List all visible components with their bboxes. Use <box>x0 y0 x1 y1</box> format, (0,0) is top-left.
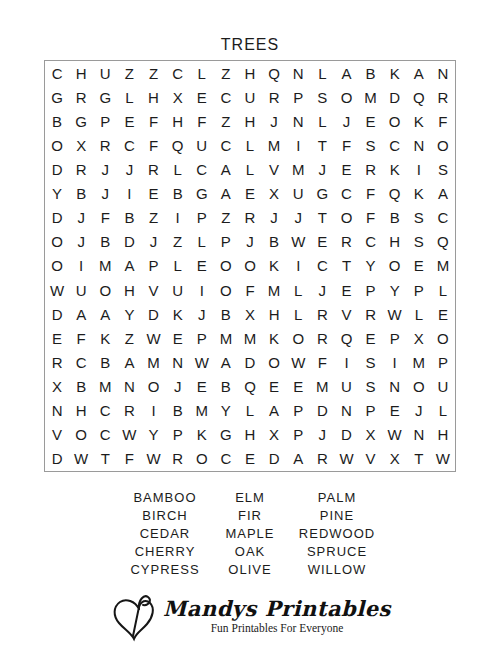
grid-cell-r4c7: U <box>190 133 214 157</box>
brand-text-block: Mandys Printables Fun Printables For Eve… <box>163 592 391 635</box>
grid-cell-r17c6: R <box>166 447 190 471</box>
grid-cell-r1c1: C <box>45 61 69 85</box>
grid-cell-r16c1: V <box>45 423 69 447</box>
grid-cell-r1c10: Q <box>262 61 286 85</box>
grid-cell-r7c9: R <box>238 206 262 230</box>
grid-cell-r13c1: R <box>45 350 69 374</box>
grid-cell-r1c6: C <box>166 61 190 85</box>
grid-cell-r10c15: Y <box>383 278 407 302</box>
grid-cell-r14c12: M <box>310 375 334 399</box>
grid-cell-r14c4: N <box>117 375 141 399</box>
grid-cell-r10c6: U <box>166 278 190 302</box>
grid-cell-r11c7: J <box>190 302 214 326</box>
grid-cell-r16c11: P <box>286 423 310 447</box>
puzzle-title: TREES <box>0 36 500 54</box>
grid-cell-r5c4: J <box>117 157 141 181</box>
grid-cell-r9c14: Y <box>359 254 383 278</box>
grid-cell-r8c1: O <box>45 230 69 254</box>
grid-cell-r4c12: T <box>310 133 334 157</box>
grid-cell-r8c9: J <box>238 230 262 254</box>
grid-cell-r12c2: F <box>69 326 93 350</box>
grid-cell-r17c16: T <box>407 447 431 471</box>
grid-cell-r13c3: B <box>93 350 117 374</box>
grid-cell-r16c13: D <box>334 423 358 447</box>
grid-cell-r11c16: L <box>407 302 431 326</box>
grid-cell-r11c13: V <box>334 302 358 326</box>
grid-cell-r11c15: W <box>383 302 407 326</box>
grid-cell-r9c15: O <box>383 254 407 278</box>
grid-cell-r17c13: W <box>334 447 358 471</box>
grid-cell-r5c17: S <box>431 157 455 181</box>
grid-cell-r1c2: H <box>69 61 93 85</box>
grid-cell-r2c3: G <box>93 85 117 109</box>
grid-cell-r1c7: L <box>190 61 214 85</box>
grid-cell-r12c17: O <box>431 326 455 350</box>
grid-cell-r5c3: J <box>93 157 117 181</box>
grid-cell-r12c7: P <box>190 326 214 350</box>
grid-cell-r16c6: P <box>166 423 190 447</box>
grid-cell-r11c9: X <box>238 302 262 326</box>
grid-cell-r2c14: M <box>359 85 383 109</box>
grid-cell-r6c6: B <box>166 182 190 206</box>
grid-cell-r5c8: A <box>214 157 238 181</box>
grid-cell-r9c6: L <box>166 254 190 278</box>
grid-cell-r2c9: U <box>238 85 262 109</box>
grid-cell-r4c9: L <box>238 133 262 157</box>
grid-cell-r17c10: D <box>262 447 286 471</box>
grid-cell-r7c3: F <box>93 206 117 230</box>
grid-cell-r16c12: J <box>310 423 334 447</box>
grid-cell-r7c12: T <box>310 206 334 230</box>
grid-cell-r8c13: R <box>334 230 358 254</box>
grid-cell-r10c1: W <box>45 278 69 302</box>
grid-cell-r8c8: P <box>214 230 238 254</box>
grid-cell-r4c11: I <box>286 133 310 157</box>
grid-cell-r17c12: R <box>310 447 334 471</box>
grid-cell-r2c6: X <box>166 85 190 109</box>
grid-cell-r12c10: K <box>262 326 286 350</box>
grid-cell-r16c5: Y <box>141 423 165 447</box>
grid-cell-r7c4: B <box>117 206 141 230</box>
grid-cell-r11c12: R <box>310 302 334 326</box>
grid-cell-r10c16: P <box>407 278 431 302</box>
grid-cell-r8c2: J <box>69 230 93 254</box>
grid-cell-r14c2: B <box>69 375 93 399</box>
grid-cell-r15c5: I <box>141 399 165 423</box>
grid-cell-r1c13: A <box>334 61 358 85</box>
grid-cell-r14c8: B <box>214 375 238 399</box>
grid-cell-r6c10: X <box>262 182 286 206</box>
grid-cell-r11c14: R <box>359 302 383 326</box>
grid-cell-r10c7: I <box>190 278 214 302</box>
grid-cell-r17c17: W <box>431 447 455 471</box>
grid-cell-r1c11: N <box>286 61 310 85</box>
grid-cell-r15c12: D <box>310 399 334 423</box>
grid-cell-r5c16: I <box>407 157 431 181</box>
grid-cell-r2c10: R <box>262 85 286 109</box>
grid-cell-r11c10: H <box>262 302 286 326</box>
grid-cell-r8c11: W <box>286 230 310 254</box>
grid-cell-r13c4: A <box>117 350 141 374</box>
grid-cell-r12c3: K <box>93 326 117 350</box>
grid-cell-r15c1: N <box>45 399 69 423</box>
grid-cell-r6c8: A <box>214 182 238 206</box>
grid-cell-r17c9: E <box>238 447 262 471</box>
grid-cell-r5c9: L <box>238 157 262 181</box>
grid-cell-r7c2: J <box>69 206 93 230</box>
grid-cell-r13c7: W <box>190 350 214 374</box>
brand-name: Mandys Printables <box>163 597 391 621</box>
grid-cell-r3c12: L <box>310 109 334 133</box>
grid-cell-r10c10: M <box>262 278 286 302</box>
grid-cell-r15c11: P <box>286 399 310 423</box>
printable-page: TREES CHUZZCLZHQNLABKANGRGLHXECURPSOMDQR… <box>0 0 500 647</box>
grid-cell-r2c16: Q <box>407 85 431 109</box>
grid-cell-r3c2: G <box>69 109 93 133</box>
grid-cell-r7c16: S <box>407 206 431 230</box>
grid-cell-r5c14: R <box>359 157 383 181</box>
grid-cell-r7c13: O <box>334 206 358 230</box>
grid-cell-r1c16: A <box>407 61 431 85</box>
grid-cell-r12c15: P <box>383 326 407 350</box>
grid-cell-r1c5: Z <box>141 61 165 85</box>
grid-cell-r14c16: O <box>407 375 431 399</box>
grid-cell-r6c1: Y <box>45 182 69 206</box>
grid-cell-r12c11: O <box>286 326 310 350</box>
brand-logo: Mandys Printables Fun Printables For Eve… <box>0 592 500 644</box>
grid-cell-r10c17: L <box>431 278 455 302</box>
grid-cell-r1c12: L <box>310 61 334 85</box>
grid-cell-r11c17: E <box>431 302 455 326</box>
grid-cell-r8c15: H <box>383 230 407 254</box>
grid-cell-r16c3: C <box>93 423 117 447</box>
grid-cell-r14c9: Q <box>238 375 262 399</box>
grid-cell-r4c3: R <box>93 133 117 157</box>
grid-cell-r10c3: O <box>93 278 117 302</box>
grid-cell-r3c14: E <box>359 109 383 133</box>
grid-cell-r1c4: Z <box>117 61 141 85</box>
grid-cell-r13c11: W <box>286 350 310 374</box>
grid-cell-r3c16: K <box>407 109 431 133</box>
word-search-grid: CHUZZCLZHQNLABKANGRGLHXECURPSOMDQRBGPEFH… <box>44 60 456 472</box>
grid-cell-r14c13: U <box>334 375 358 399</box>
grid-cell-r15c9: L <box>238 399 262 423</box>
grid-cell-r9c10: K <box>262 254 286 278</box>
grid-cell-r2c1: G <box>45 85 69 109</box>
grid-cell-r14c1: X <box>45 375 69 399</box>
grid-cell-r3c5: F <box>141 109 165 133</box>
grid-cell-r1c3: U <box>93 61 117 85</box>
grid-cell-r8c14: C <box>359 230 383 254</box>
grid-cell-r17c3: T <box>93 447 117 471</box>
grid-cell-r14c7: E <box>190 375 214 399</box>
grid-cell-r9c12: C <box>310 254 334 278</box>
grid-cell-r5c7: C <box>190 157 214 181</box>
grid-cell-r13c8: A <box>214 350 238 374</box>
grid-cell-r16c9: H <box>238 423 262 447</box>
grid-cell-r12c6: E <box>166 326 190 350</box>
grid-cell-r14c14: S <box>359 375 383 399</box>
grid-cell-r2c17: R <box>431 85 455 109</box>
grid-cell-r3c10: J <box>262 109 286 133</box>
grid-cell-r11c8: B <box>214 302 238 326</box>
grid-cell-r2c15: D <box>383 85 407 109</box>
grid-cell-r5c1: D <box>45 157 69 181</box>
grid-cell-r3c6: H <box>166 109 190 133</box>
grid-cell-r4c10: M <box>262 133 286 157</box>
grid-cell-r15c3: C <box>93 399 117 423</box>
word-item: PALM <box>277 489 397 507</box>
heart-icon <box>109 592 161 644</box>
grid-cell-r16c8: G <box>214 423 238 447</box>
grid-cell-r9c16: E <box>407 254 431 278</box>
grid-cell-r7c11: J <box>286 206 310 230</box>
grid-cell-r6c17: A <box>431 182 455 206</box>
grid-cell-r13c13: I <box>334 350 358 374</box>
grid-cell-r10c13: E <box>334 278 358 302</box>
grid-cell-r17c7: O <box>190 447 214 471</box>
grid-cell-r14c6: J <box>166 375 190 399</box>
grid-cell-r6c13: C <box>334 182 358 206</box>
grid-cell-r16c17: H <box>431 423 455 447</box>
grid-cell-r14c10: E <box>262 375 286 399</box>
grid-cell-r2c5: H <box>141 85 165 109</box>
grid-cell-r5c12: J <box>310 157 334 181</box>
grid-cell-r7c7: P <box>190 206 214 230</box>
grid-cell-r15c8: Y <box>214 399 238 423</box>
grid-cell-r10c9: F <box>238 278 262 302</box>
grid-cell-r15c16: J <box>407 399 431 423</box>
grid-cell-r6c16: K <box>407 182 431 206</box>
grid-cell-r12c14: E <box>359 326 383 350</box>
grid-cell-r13c9: D <box>238 350 262 374</box>
grid-cell-r12c9: M <box>238 326 262 350</box>
word-column-3: PALMPINEREDWOODSPRUCEWILLOW <box>277 489 397 579</box>
grid-cell-r17c11: A <box>286 447 310 471</box>
grid-cell-r11c3: A <box>93 302 117 326</box>
grid-cell-r2c4: L <box>117 85 141 109</box>
grid-cell-r9c8: O <box>214 254 238 278</box>
grid-cell-r17c14: V <box>359 447 383 471</box>
grid-cell-r7c5: Z <box>141 206 165 230</box>
grid-cell-r15c17: L <box>431 399 455 423</box>
grid-cell-r6c12: G <box>310 182 334 206</box>
grid-cell-r5c13: E <box>334 157 358 181</box>
grid-cell-r14c3: M <box>93 375 117 399</box>
grid-cell-r2c2: R <box>69 85 93 109</box>
grid-cell-r15c6: B <box>166 399 190 423</box>
grid-cell-r10c8: O <box>214 278 238 302</box>
grid-cell-r11c4: Y <box>117 302 141 326</box>
grid-cell-r3c15: O <box>383 109 407 133</box>
grid-cell-r3c11: N <box>286 109 310 133</box>
grid-cell-r4c2: X <box>69 133 93 157</box>
grid-cell-r15c2: H <box>69 399 93 423</box>
grid-cell-r2c12: S <box>310 85 334 109</box>
grid-cell-r17c5: W <box>141 447 165 471</box>
grid-cell-r6c9: E <box>238 182 262 206</box>
grid-cell-r3c4: E <box>117 109 141 133</box>
grid-cell-r5c11: M <box>286 157 310 181</box>
grid-cell-r9c3: M <box>93 254 117 278</box>
grid-cell-r5c2: R <box>69 157 93 181</box>
grid-cell-r1c15: K <box>383 61 407 85</box>
grid-cell-r10c4: H <box>117 278 141 302</box>
grid-cell-r13c14: S <box>359 350 383 374</box>
grid-cell-r13c12: F <box>310 350 334 374</box>
word-item: WILLOW <box>277 561 397 579</box>
grid-cell-r15c4: R <box>117 399 141 423</box>
grid-cell-r5c5: R <box>141 157 165 181</box>
grid-cell-r7c10: J <box>262 206 286 230</box>
grid-cell-r2c11: P <box>286 85 310 109</box>
word-item: PINE <box>277 507 397 525</box>
grid-cell-r1c14: B <box>359 61 383 85</box>
grid-cell-r10c5: V <box>141 278 165 302</box>
grid-cell-r11c2: A <box>69 302 93 326</box>
grid-cell-r3c17: F <box>431 109 455 133</box>
grid-cell-r7c8: Z <box>214 206 238 230</box>
grid-cell-r12c5: W <box>141 326 165 350</box>
grid-cell-r16c7: K <box>190 423 214 447</box>
grid-cell-r4c16: N <box>407 133 431 157</box>
grid-cell-r8c17: Q <box>431 230 455 254</box>
grid-cell-r5c10: V <box>262 157 286 181</box>
grid-cell-r5c6: L <box>166 157 190 181</box>
grid-cell-r14c11: E <box>286 375 310 399</box>
grid-cell-r8c5: J <box>141 230 165 254</box>
grid-cell-r7c6: I <box>166 206 190 230</box>
grid-cell-r10c12: J <box>310 278 334 302</box>
grid-cell-r15c15: E <box>383 399 407 423</box>
grid-cell-r9c9: O <box>238 254 262 278</box>
grid-cell-r4c14: S <box>359 133 383 157</box>
grid-cell-r6c15: Q <box>383 182 407 206</box>
grid-cell-r8c3: B <box>93 230 117 254</box>
grid-cell-r13c16: M <box>407 350 431 374</box>
grid-cell-r17c15: X <box>383 447 407 471</box>
grid-cell-r7c14: F <box>359 206 383 230</box>
grid-cell-r6c7: G <box>190 182 214 206</box>
grid-cell-r9c13: T <box>334 254 358 278</box>
grid-cell-r16c15: W <box>383 423 407 447</box>
word-list: BAMBOOBIRCHCEDARCHERRYCYPRESS ELMFIRMAPL… <box>0 489 500 584</box>
grid-cell-r3c8: Z <box>214 109 238 133</box>
grid-cell-r8c12: E <box>310 230 334 254</box>
grid-cell-r15c7: M <box>190 399 214 423</box>
grid-cell-r8c7: L <box>190 230 214 254</box>
grid-cell-r17c2: W <box>69 447 93 471</box>
grid-cell-r14c15: N <box>383 375 407 399</box>
grid-cell-r13c5: M <box>141 350 165 374</box>
grid-cell-r12c13: Q <box>334 326 358 350</box>
grid-cell-r2c8: C <box>214 85 238 109</box>
grid-cell-r13c10: O <box>262 350 286 374</box>
grid-cell-r8c4: D <box>117 230 141 254</box>
grid-cell-r1c8: Z <box>214 61 238 85</box>
grid-cell-r9c5: P <box>141 254 165 278</box>
grid-cell-r7c17: C <box>431 206 455 230</box>
grid-cell-r16c4: W <box>117 423 141 447</box>
grid-cell-r6c2: B <box>69 182 93 206</box>
grid-cell-r7c1: D <box>45 206 69 230</box>
grid-cell-r11c6: K <box>166 302 190 326</box>
grid-cell-r3c1: B <box>45 109 69 133</box>
grid-cell-r11c5: D <box>141 302 165 326</box>
word-item: REDWOOD <box>277 525 397 543</box>
grid-cell-r2c7: E <box>190 85 214 109</box>
grid-cell-r6c4: I <box>117 182 141 206</box>
grid-cell-r16c16: N <box>407 423 431 447</box>
grid-cell-r9c2: I <box>69 254 93 278</box>
grid-cell-r12c16: X <box>407 326 431 350</box>
grid-cell-r11c11: L <box>286 302 310 326</box>
grid-cell-r13c15: I <box>383 350 407 374</box>
grid-cell-r4c6: Q <box>166 133 190 157</box>
grid-cell-r12c8: M <box>214 326 238 350</box>
grid-cell-r13c2: C <box>69 350 93 374</box>
grid-cell-r13c6: N <box>166 350 190 374</box>
brand-tagline: Fun Printables For Everyone <box>163 621 391 635</box>
grid-cell-r9c4: A <box>117 254 141 278</box>
grid-cell-r3c3: P <box>93 109 117 133</box>
word-item: SPRUCE <box>277 543 397 561</box>
grid-cell-r2c13: O <box>334 85 358 109</box>
grid-cell-r12c1: E <box>45 326 69 350</box>
grid-cell-r8c10: B <box>262 230 286 254</box>
grid-cell-r5c15: K <box>383 157 407 181</box>
grid-cell-r14c17: U <box>431 375 455 399</box>
grid-cell-r11c1: D <box>45 302 69 326</box>
grid-cell-r6c14: F <box>359 182 383 206</box>
grid-cell-r3c9: H <box>238 109 262 133</box>
grid-cell-r1c9: H <box>238 61 262 85</box>
grid-cell-r9c17: M <box>431 254 455 278</box>
grid-cell-r17c8: C <box>214 447 238 471</box>
grid-cell-r12c12: R <box>310 326 334 350</box>
grid-cell-r4c13: F <box>334 133 358 157</box>
grid-cell-r9c7: E <box>190 254 214 278</box>
grid-cell-r4c8: C <box>214 133 238 157</box>
grid-cell-r9c1: O <box>45 254 69 278</box>
grid-cell-r12c4: Z <box>117 326 141 350</box>
grid-cell-r6c11: U <box>286 182 310 206</box>
grid-cell-r14c5: O <box>141 375 165 399</box>
grid-cell-r13c17: P <box>431 350 455 374</box>
grid-cell-r16c2: O <box>69 423 93 447</box>
grid-cell-r15c10: A <box>262 399 286 423</box>
grid-cell-r4c1: O <box>45 133 69 157</box>
grid-cell-r9c11: I <box>286 254 310 278</box>
grid-cell-r17c4: F <box>117 447 141 471</box>
grid-cell-r10c11: L <box>286 278 310 302</box>
grid-cell-r15c14: P <box>359 399 383 423</box>
grid-cell-r1c17: N <box>431 61 455 85</box>
grid-cell-r16c10: X <box>262 423 286 447</box>
grid-cell-r3c7: F <box>190 109 214 133</box>
grid-cell-r4c17: O <box>431 133 455 157</box>
grid-cell-r4c5: F <box>141 133 165 157</box>
grid-cell-r17c1: D <box>45 447 69 471</box>
grid-cell-r10c14: P <box>359 278 383 302</box>
grid-cell-r4c15: C <box>383 133 407 157</box>
grid-cell-r8c16: S <box>407 230 431 254</box>
grid-cell-r8c6: Z <box>166 230 190 254</box>
grid-cell-r6c3: J <box>93 182 117 206</box>
grid-cell-r7c15: B <box>383 206 407 230</box>
grid-cell-r3c13: J <box>334 109 358 133</box>
grid-cell-r6c5: E <box>141 182 165 206</box>
